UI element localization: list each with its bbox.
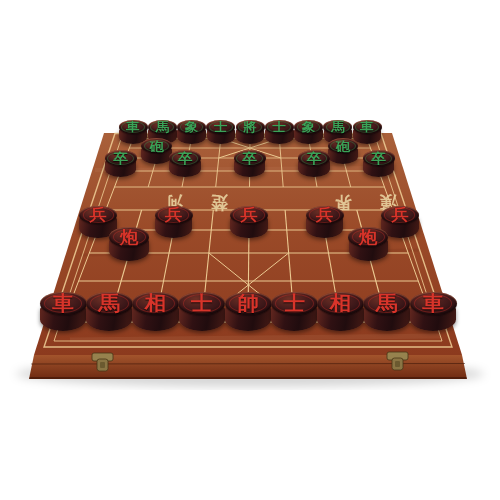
piece-red-elephant-f6r9[interactable]: 相 <box>317 292 364 332</box>
piece-red-cannon-f7r7[interactable]: 炮 <box>348 227 388 261</box>
piece-face: 卒 <box>234 150 266 166</box>
piece-red-horse-f1r9[interactable]: 馬 <box>86 292 133 332</box>
piece-red-general-f4r9[interactable]: 帥 <box>225 292 272 332</box>
piece-red-chariot-f0r9[interactable]: 車 <box>40 292 87 332</box>
piece-character: 兵 <box>240 207 258 223</box>
xiangqi-product-photo: 楚河漢界 車馬象士將士象馬車砲砲卒卒卒卒卒兵兵兵兵兵炮炮車馬相士帥士相馬車 <box>0 0 500 500</box>
piece-black-soldier-f2r3[interactable]: 卒 <box>169 150 201 177</box>
piece-red-horse-f7r9[interactable]: 馬 <box>363 292 410 332</box>
piece-black-soldier-f0r3[interactable]: 卒 <box>105 150 137 177</box>
piece-red-elephant-f2r9[interactable]: 相 <box>132 292 179 332</box>
piece-character: 象 <box>185 121 198 133</box>
piece-character: 士 <box>284 293 306 313</box>
piece-red-advisor-f3r9[interactable]: 士 <box>178 292 225 332</box>
piece-character: 卒 <box>113 151 128 165</box>
piece-character: 卒 <box>178 151 193 165</box>
piece-black-elephant-f6r0[interactable]: 象 <box>294 120 323 144</box>
piece-character: 炮 <box>359 229 378 246</box>
piece-character: 兵 <box>316 207 334 223</box>
piece-black-soldier-f4r3[interactable]: 卒 <box>234 150 266 177</box>
piece-character: 卒 <box>371 151 386 165</box>
piece-face: 馬 <box>148 120 177 134</box>
piece-character: 砲 <box>336 139 350 152</box>
piece-character: 馬 <box>156 121 169 133</box>
piece-character: 卒 <box>307 151 322 165</box>
piece-face: 馬 <box>363 292 410 315</box>
piece-character: 兵 <box>89 207 107 223</box>
piece-character: 馬 <box>376 293 398 313</box>
piece-face: 象 <box>177 120 206 134</box>
xiangqi-board: 楚河漢界 <box>0 0 500 500</box>
piece-face: 士 <box>265 120 294 134</box>
piece-character: 士 <box>191 293 213 313</box>
piece-character: 車 <box>126 121 139 133</box>
piece-black-advisor-f5r0[interactable]: 士 <box>265 120 294 144</box>
piece-black-elephant-f2r0[interactable]: 象 <box>177 120 206 144</box>
piece-black-soldier-f6r3[interactable]: 卒 <box>298 150 330 177</box>
piece-face: 士 <box>271 292 318 315</box>
piece-black-cannon-f7r2[interactable]: 砲 <box>328 138 359 164</box>
piece-character: 炮 <box>120 229 139 246</box>
piece-red-cannon-f1r7[interactable]: 炮 <box>109 227 149 261</box>
piece-face: 將 <box>236 120 265 134</box>
piece-black-advisor-f3r0[interactable]: 士 <box>206 120 235 144</box>
piece-character: 相 <box>145 293 167 313</box>
piece-face: 士 <box>178 292 225 315</box>
piece-face: 炮 <box>348 227 388 247</box>
piece-face: 兵 <box>230 206 268 224</box>
piece-character: 馬 <box>99 293 121 313</box>
piece-red-soldier-f4r6[interactable]: 兵 <box>230 206 268 238</box>
piece-character: 兵 <box>391 207 409 223</box>
piece-face: 車 <box>119 120 148 134</box>
piece-face: 帥 <box>225 292 272 315</box>
piece-face: 卒 <box>169 150 201 166</box>
piece-face: 車 <box>410 292 457 315</box>
piece-character: 兵 <box>165 207 183 223</box>
piece-black-soldier-f8r3[interactable]: 卒 <box>363 150 395 177</box>
piece-face: 兵 <box>79 206 117 224</box>
piece-character: 馬 <box>331 121 344 133</box>
piece-red-soldier-f6r6[interactable]: 兵 <box>306 206 344 238</box>
piece-red-chariot-f8r9[interactable]: 車 <box>410 292 457 332</box>
piece-face: 卒 <box>363 150 395 166</box>
piece-character: 士 <box>214 121 227 133</box>
piece-face: 兵 <box>155 206 193 224</box>
piece-character: 相 <box>330 293 352 313</box>
piece-character: 帥 <box>237 293 259 313</box>
piece-face: 車 <box>353 120 382 134</box>
piece-face: 相 <box>317 292 364 315</box>
piece-face: 象 <box>294 120 323 134</box>
piece-face: 卒 <box>105 150 137 166</box>
piece-black-general-f4r0[interactable]: 將 <box>236 120 265 144</box>
piece-character: 車 <box>360 121 373 133</box>
piece-character: 士 <box>273 121 286 133</box>
piece-black-cannon-f1r2[interactable]: 砲 <box>141 138 172 164</box>
piece-character: 將 <box>243 121 256 133</box>
piece-character: 車 <box>52 293 74 313</box>
piece-face: 兵 <box>306 206 344 224</box>
piece-face: 馬 <box>86 292 133 315</box>
piece-character: 車 <box>422 293 444 313</box>
piece-character: 砲 <box>150 139 164 152</box>
piece-character: 象 <box>302 121 315 133</box>
piece-red-soldier-f2r6[interactable]: 兵 <box>155 206 193 238</box>
piece-face: 相 <box>132 292 179 315</box>
piece-face: 兵 <box>381 206 419 224</box>
piece-face: 車 <box>40 292 87 315</box>
piece-face: 炮 <box>109 227 149 247</box>
piece-red-advisor-f5r9[interactable]: 士 <box>271 292 318 332</box>
piece-character: 卒 <box>242 151 257 165</box>
